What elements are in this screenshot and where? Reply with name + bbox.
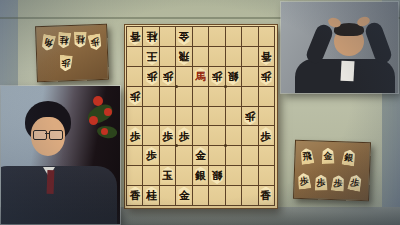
captured-piece: 歩 [87, 33, 103, 51]
shogi-piece: 歩 [145, 68, 159, 85]
shogi-piece: 銀 [194, 167, 208, 184]
shogi-piece: 香 [259, 48, 273, 65]
hoshi-dot [224, 85, 227, 88]
hoshi-dot [175, 85, 178, 88]
red-flower [93, 96, 103, 106]
shogi-piece: 飛 [177, 48, 191, 65]
captured-piece: 桂 [73, 31, 87, 47]
captured-piece: 歩 [59, 55, 73, 72]
captured-piece: 角 [40, 34, 56, 52]
player-right-video [281, 2, 398, 93]
shogi-piece: 桂 [145, 187, 159, 204]
red-flower [101, 128, 108, 135]
piece-layer: 香桂金王飛香歩歩馬歩銀歩歩歩歩歩歩歩歩金玉銀銀香桂金香 [126, 26, 275, 206]
shogi-piece: 銀 [226, 68, 240, 85]
shogi-piece: 玉 [161, 167, 175, 184]
shogi-piece: 歩 [177, 127, 191, 144]
captured-piece: 歩 [347, 174, 363, 192]
shogi-piece: 歩 [161, 68, 175, 85]
shogi-piece: 歩 [210, 68, 224, 85]
hoshi-dot [224, 144, 227, 147]
player-left-tie [47, 170, 55, 194]
shogi-piece: 歩 [243, 108, 257, 125]
glasses-icon [33, 130, 47, 140]
captured-piece: 歩 [331, 175, 346, 192]
captured-piece: 飛 [299, 147, 314, 165]
captured-piece: 歩 [314, 175, 327, 191]
shogi-piece: 歩 [259, 127, 273, 144]
shogi-piece: 馬 [194, 68, 208, 85]
player-right-shirt [340, 61, 354, 82]
captured-piece: 銀 [341, 149, 356, 167]
shogi-piece: 香 [128, 187, 142, 204]
komadai-gote: 角桂桂歩歩 [35, 24, 109, 82]
shogi-piece: 歩 [259, 68, 273, 85]
shogi-piece: 王 [145, 48, 159, 65]
shogi-piece: 香 [259, 187, 273, 204]
shogi-piece: 香 [128, 28, 142, 45]
glasses-bridge [45, 133, 50, 134]
red-flower [89, 116, 98, 125]
shogi-piece: 金 [177, 187, 191, 204]
player-left-video [1, 86, 120, 224]
shogi-piece: 歩 [128, 127, 142, 144]
captured-piece: 金 [321, 148, 334, 164]
red-flower [104, 108, 112, 116]
captured-piece: 桂 [57, 32, 72, 49]
shogi-board: 香桂金王飛香歩歩馬歩銀歩歩歩歩歩歩歩歩金玉銀銀香桂金香 [124, 24, 278, 209]
glasses-icon [49, 130, 63, 140]
hoshi-dot [175, 144, 178, 147]
shogi-piece: 歩 [145, 147, 159, 164]
broadcast-frame: 角桂桂歩歩 香桂金王飛香歩歩馬歩銀歩歩歩歩歩歩歩歩金玉銀銀香桂金香 飛金銀歩歩歩… [0, 0, 400, 225]
shogi-piece: 歩 [128, 88, 142, 105]
shogi-piece: 桂 [145, 28, 159, 45]
player-left-suit [1, 166, 117, 224]
shogi-piece: 金 [177, 28, 191, 45]
shogi-piece: 金 [194, 147, 208, 164]
shogi-piece: 歩 [161, 127, 175, 144]
shogi-piece: 銀 [210, 167, 224, 184]
captured-piece: 歩 [297, 172, 312, 189]
komadai-sente: 飛金銀歩歩歩歩 [293, 140, 371, 202]
